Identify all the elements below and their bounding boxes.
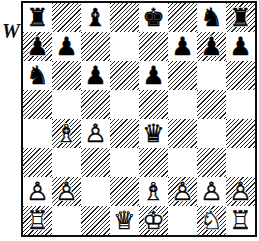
square-h6 [226,61,255,90]
piece-glyph: ♖ [23,206,52,235]
square-c7 [81,32,110,61]
square-c6: ♟♟ [81,61,110,90]
square-b4: ♝♗ [52,119,81,148]
square-f2: ♟♙ [168,177,197,206]
piece-glyph: ♞ [197,3,226,32]
square-g5 [197,90,226,119]
square-h8: ♜♜ [226,3,255,32]
piece-glyph: ♟ [23,32,52,61]
white-pawn: ♟♙ [197,177,226,206]
black-pawn: ♟♟ [52,32,81,61]
square-f6 [168,61,197,90]
black-pawn: ♟♟ [197,32,226,61]
black-pawn: ♟♟ [23,32,52,61]
square-h3 [226,148,255,177]
white-king: ♚♔ [139,206,168,235]
square-c4: ♟♙ [81,119,110,148]
square-a4 [23,119,52,148]
black-pawn: ♟♟ [139,61,168,90]
square-d5 [110,90,139,119]
black-rook: ♜♜ [23,3,52,32]
piece-glyph: ♙ [23,177,52,206]
white-pawn: ♟♙ [23,177,52,206]
square-f4 [168,119,197,148]
white-bishop: ♝♗ [139,177,168,206]
black-bishop: ♝♝ [81,3,110,32]
square-e4: ♛♛ [139,119,168,148]
square-d2 [110,177,139,206]
square-e1: ♚♔ [139,206,168,235]
square-e6: ♟♟ [139,61,168,90]
square-b6 [52,61,81,90]
square-a8: ♜♜ [23,3,52,32]
piece-glyph: ♛ [139,119,168,148]
square-h5 [226,90,255,119]
piece-glyph: ♙ [81,119,110,148]
square-h1: ♜♖ [226,206,255,235]
square-d8 [110,3,139,32]
square-a5 [23,90,52,119]
piece-glyph: ♖ [226,206,255,235]
black-pawn: ♟♟ [168,32,197,61]
square-f1 [168,206,197,235]
black-pawn: ♟♟ [226,32,255,61]
piece-glyph: ♗ [52,119,81,148]
white-pawn: ♟♙ [52,177,81,206]
square-d4 [110,119,139,148]
square-b3 [52,148,81,177]
square-h7: ♟♟ [226,32,255,61]
black-queen: ♛♛ [139,119,168,148]
square-a3 [23,148,52,177]
piece-glyph: ♚ [139,3,168,32]
piece-glyph: ♟ [139,61,168,90]
black-knight: ♞♞ [197,3,226,32]
white-pawn: ♟♙ [226,177,255,206]
square-g1: ♞♘ [197,206,226,235]
square-c1 [81,206,110,235]
square-g4 [197,119,226,148]
square-d1: ♛♕ [110,206,139,235]
white-rook: ♜♖ [226,206,255,235]
chess-board: ♜♜♝♝♚♚♞♞♜♜♟♟♟♟♟♟♟♟♟♟♞♞♟♟♟♟♝♗♟♙♛♛♟♙♟♙♝♗♟♙… [21,1,257,237]
square-a1: ♜♖ [23,206,52,235]
square-c3 [81,148,110,177]
square-d7 [110,32,139,61]
square-g3 [197,148,226,177]
square-e2: ♝♗ [139,177,168,206]
square-b5 [52,90,81,119]
piece-glyph: ♙ [197,177,226,206]
piece-glyph: ♝ [81,3,110,32]
piece-glyph: ♟ [168,32,197,61]
white-bishop: ♝♗ [52,119,81,148]
piece-glyph: ♕ [110,206,139,235]
piece-glyph: ♙ [226,177,255,206]
square-a7: ♟♟ [23,32,52,61]
black-rook: ♜♜ [226,3,255,32]
square-f8 [168,3,197,32]
square-g2: ♟♙ [197,177,226,206]
square-g7: ♟♟ [197,32,226,61]
white-pawn: ♟♙ [168,177,197,206]
square-h2: ♟♙ [226,177,255,206]
square-b1 [52,206,81,235]
square-e3 [139,148,168,177]
piece-glyph: ♟ [197,32,226,61]
square-c5 [81,90,110,119]
white-pawn: ♟♙ [81,119,110,148]
square-f7: ♟♟ [168,32,197,61]
white-knight: ♞♘ [197,206,226,235]
square-a6: ♞♞ [23,61,52,90]
piece-glyph: ♟ [81,61,110,90]
black-pawn: ♟♟ [81,61,110,90]
square-g8: ♞♞ [197,3,226,32]
square-h4 [226,119,255,148]
side-to-move-label: W [2,20,20,43]
piece-glyph: ♜ [226,3,255,32]
piece-glyph: ♙ [52,177,81,206]
square-e8: ♚♚ [139,3,168,32]
white-rook: ♜♖ [23,206,52,235]
piece-glyph: ♙ [168,177,197,206]
square-g6 [197,61,226,90]
square-e5 [139,90,168,119]
chess-diagram: W ♜♜♝♝♚♚♞♞♜♜♟♟♟♟♟♟♟♟♟♟♞♞♟♟♟♟♝♗♟♙♛♛♟♙♟♙♝♗… [0,0,259,241]
square-b8 [52,3,81,32]
square-a2: ♟♙ [23,177,52,206]
square-e7 [139,32,168,61]
piece-glyph: ♟ [52,32,81,61]
square-b7: ♟♟ [52,32,81,61]
piece-glyph: ♔ [139,206,168,235]
piece-glyph: ♟ [226,32,255,61]
square-d6 [110,61,139,90]
square-d3 [110,148,139,177]
piece-glyph: ♜ [23,3,52,32]
white-queen: ♛♕ [110,206,139,235]
piece-glyph: ♘ [197,206,226,235]
black-king: ♚♚ [139,3,168,32]
square-c2 [81,177,110,206]
piece-glyph: ♗ [139,177,168,206]
square-f3 [168,148,197,177]
piece-glyph: ♞ [23,61,52,90]
black-knight: ♞♞ [23,61,52,90]
square-c8: ♝♝ [81,3,110,32]
square-b2: ♟♙ [52,177,81,206]
square-f5 [168,90,197,119]
